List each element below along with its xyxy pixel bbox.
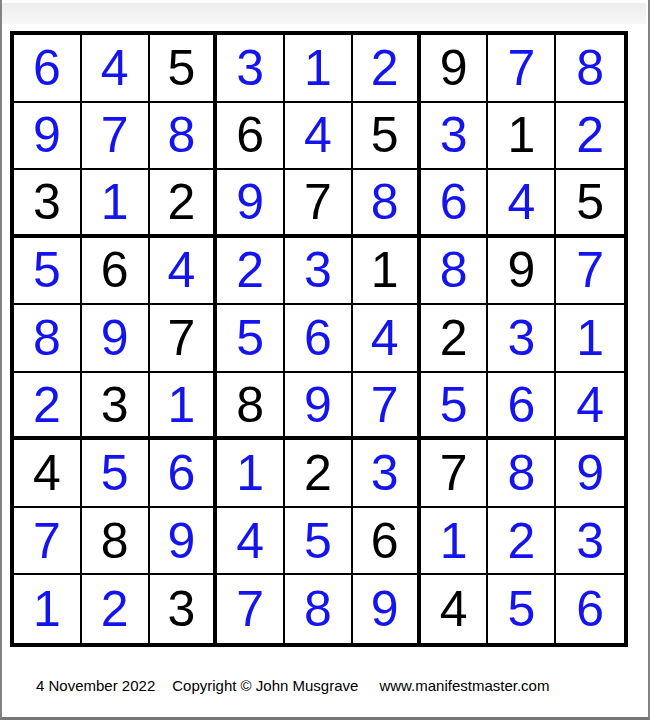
cell-digit: 5 bbox=[168, 43, 196, 93]
cell-r4c9[interactable]: 7 bbox=[556, 238, 624, 306]
top-bar bbox=[2, 3, 646, 24]
cell-digit: 7 bbox=[168, 313, 196, 363]
cell-r5c9[interactable]: 1 bbox=[556, 305, 624, 373]
cell-r6c9[interactable]: 4 bbox=[556, 373, 624, 441]
cell-digit: 9 bbox=[101, 313, 129, 363]
cell-r1c2[interactable]: 4 bbox=[82, 35, 150, 103]
cell-r2c5[interactable]: 4 bbox=[285, 103, 353, 171]
cell-r2c4[interactable]: 6 bbox=[217, 103, 285, 171]
cell-r5c5[interactable]: 6 bbox=[285, 305, 353, 373]
cell-r4c3[interactable]: 4 bbox=[150, 238, 218, 306]
footer: 4 November 2022 Copyright © John Musgrav… bbox=[36, 677, 549, 694]
cell-r6c8[interactable]: 6 bbox=[488, 373, 556, 441]
cell-digit: 5 bbox=[101, 448, 129, 498]
cell-digit: 6 bbox=[101, 245, 129, 295]
cell-digit: 4 bbox=[101, 43, 129, 93]
cell-r4c5[interactable]: 3 bbox=[285, 238, 353, 306]
cell-digit: 1 bbox=[168, 380, 196, 430]
cell-r7c4[interactable]: 1 bbox=[217, 440, 285, 508]
cell-digit: 3 bbox=[440, 110, 468, 160]
cell-digit: 5 bbox=[440, 380, 468, 430]
cell-r1c6[interactable]: 2 bbox=[353, 35, 421, 103]
cell-r3c3[interactable]: 2 bbox=[150, 170, 218, 238]
cell-r1c5[interactable]: 1 bbox=[285, 35, 353, 103]
cell-digit: 9 bbox=[236, 177, 264, 227]
cell-r7c6[interactable]: 3 bbox=[353, 440, 421, 508]
cell-r3c7[interactable]: 6 bbox=[421, 170, 489, 238]
cell-r9c7[interactable]: 4 bbox=[421, 575, 489, 643]
cell-digit: 2 bbox=[507, 516, 535, 566]
cell-r8c9[interactable]: 3 bbox=[556, 508, 624, 576]
cell-r9c6[interactable]: 9 bbox=[353, 575, 421, 643]
cell-digit: 9 bbox=[33, 110, 61, 160]
cell-digit: 9 bbox=[371, 584, 399, 634]
cell-digit: 4 bbox=[304, 110, 332, 160]
cell-r3c5[interactable]: 7 bbox=[285, 170, 353, 238]
cell-r1c1[interactable]: 6 bbox=[14, 35, 82, 103]
cell-r4c1[interactable]: 5 bbox=[14, 238, 82, 306]
footer-date: 4 November 2022 bbox=[36, 677, 155, 694]
cell-r7c8[interactable]: 8 bbox=[488, 440, 556, 508]
cell-digit: 1 bbox=[371, 245, 399, 295]
cell-digit: 8 bbox=[576, 43, 604, 93]
cell-digit: 1 bbox=[101, 177, 129, 227]
cell-digit: 8 bbox=[168, 110, 196, 160]
cell-r6c6[interactable]: 7 bbox=[353, 373, 421, 441]
cell-digit: 4 bbox=[168, 245, 196, 295]
cell-r6c2[interactable]: 3 bbox=[82, 373, 150, 441]
cell-r3c8[interactable]: 4 bbox=[488, 170, 556, 238]
cell-r2c6[interactable]: 5 bbox=[353, 103, 421, 171]
cell-digit: 3 bbox=[304, 245, 332, 295]
cell-digit: 2 bbox=[440, 313, 468, 363]
cell-r2c3[interactable]: 8 bbox=[150, 103, 218, 171]
cell-digit: 9 bbox=[507, 245, 535, 295]
cell-digit: 1 bbox=[576, 313, 604, 363]
cell-r7c7[interactable]: 7 bbox=[421, 440, 489, 508]
cell-digit: 6 bbox=[371, 516, 399, 566]
cell-r5c1[interactable]: 8 bbox=[14, 305, 82, 373]
cell-digit: 3 bbox=[101, 380, 129, 430]
cell-r9c3[interactable]: 3 bbox=[150, 575, 218, 643]
cell-digit: 6 bbox=[236, 110, 264, 160]
cell-r1c7[interactable]: 9 bbox=[421, 35, 489, 103]
cell-digit: 4 bbox=[33, 448, 61, 498]
cell-r5c3[interactable]: 7 bbox=[150, 305, 218, 373]
cell-r2c1[interactable]: 9 bbox=[14, 103, 82, 171]
cell-r8c4[interactable]: 4 bbox=[217, 508, 285, 576]
cell-digit: 2 bbox=[101, 584, 129, 634]
cell-digit: 1 bbox=[304, 43, 332, 93]
cell-r2c8[interactable]: 1 bbox=[488, 103, 556, 171]
cell-digit: 7 bbox=[440, 448, 468, 498]
cell-digit: 7 bbox=[576, 245, 604, 295]
cell-r2c7[interactable]: 3 bbox=[421, 103, 489, 171]
cell-digit: 4 bbox=[371, 313, 399, 363]
cell-r8c3[interactable]: 9 bbox=[150, 508, 218, 576]
cell-r8c1[interactable]: 7 bbox=[14, 508, 82, 576]
cell-r1c8[interactable]: 7 bbox=[488, 35, 556, 103]
cell-digit: 9 bbox=[304, 380, 332, 430]
cell-r8c8[interactable]: 2 bbox=[488, 508, 556, 576]
cell-r4c7[interactable]: 8 bbox=[421, 238, 489, 306]
cell-r9c2[interactable]: 2 bbox=[82, 575, 150, 643]
cell-digit: 1 bbox=[236, 448, 264, 498]
cell-r7c2[interactable]: 5 bbox=[82, 440, 150, 508]
cell-r7c5[interactable]: 2 bbox=[285, 440, 353, 508]
cell-digit: 8 bbox=[33, 313, 61, 363]
cell-digit: 5 bbox=[371, 110, 399, 160]
cell-digit: 7 bbox=[507, 43, 535, 93]
cell-r3c6[interactable]: 8 bbox=[353, 170, 421, 238]
cell-digit: 6 bbox=[507, 380, 535, 430]
cell-digit: 7 bbox=[236, 584, 264, 634]
sudoku-board: 6453129789786453123129786455642318978975… bbox=[10, 31, 628, 647]
cell-r4c2[interactable]: 6 bbox=[82, 238, 150, 306]
footer-url: www.manifestmaster.com bbox=[379, 677, 549, 694]
cell-digit: 7 bbox=[101, 110, 129, 160]
cell-r2c2[interactable]: 7 bbox=[82, 103, 150, 171]
cell-digit: 3 bbox=[33, 177, 61, 227]
cell-digit: 3 bbox=[371, 448, 399, 498]
cell-r3c9[interactable]: 5 bbox=[556, 170, 624, 238]
cell-digit: 1 bbox=[507, 110, 535, 160]
cell-digit: 1 bbox=[440, 516, 468, 566]
cell-digit: 2 bbox=[236, 245, 264, 295]
cell-digit: 9 bbox=[168, 516, 196, 566]
cell-digit: 8 bbox=[440, 245, 468, 295]
cell-r9c8[interactable]: 5 bbox=[488, 575, 556, 643]
cell-r5c7[interactable]: 2 bbox=[421, 305, 489, 373]
cell-digit: 3 bbox=[576, 516, 604, 566]
cell-digit: 7 bbox=[371, 380, 399, 430]
cell-digit: 5 bbox=[576, 177, 604, 227]
cell-digit: 7 bbox=[304, 177, 332, 227]
cell-r2c9[interactable]: 2 bbox=[556, 103, 624, 171]
cell-digit: 7 bbox=[33, 516, 61, 566]
cell-digit: 4 bbox=[236, 516, 264, 566]
cell-r4c4[interactable]: 2 bbox=[217, 238, 285, 306]
cell-digit: 5 bbox=[236, 313, 264, 363]
cell-digit: 8 bbox=[101, 516, 129, 566]
cell-r7c1[interactable]: 4 bbox=[14, 440, 82, 508]
cell-digit: 8 bbox=[371, 177, 399, 227]
cell-digit: 5 bbox=[304, 516, 332, 566]
cell-digit: 1 bbox=[33, 584, 61, 634]
cell-r3c2[interactable]: 1 bbox=[82, 170, 150, 238]
cell-digit: 2 bbox=[576, 110, 604, 160]
cell-digit: 8 bbox=[507, 448, 535, 498]
cell-r1c9[interactable]: 8 bbox=[556, 35, 624, 103]
cell-digit: 4 bbox=[440, 584, 468, 634]
cell-r5c8[interactable]: 3 bbox=[488, 305, 556, 373]
cell-r1c4[interactable]: 3 bbox=[217, 35, 285, 103]
cell-digit: 5 bbox=[507, 584, 535, 634]
cell-digit: 3 bbox=[507, 313, 535, 363]
cell-r6c7[interactable]: 5 bbox=[421, 373, 489, 441]
cell-digit: 3 bbox=[236, 43, 264, 93]
cell-digit: 6 bbox=[576, 584, 604, 634]
cell-digit: 8 bbox=[236, 380, 264, 430]
cell-r4c8[interactable]: 9 bbox=[488, 238, 556, 306]
cell-r8c6[interactable]: 6 bbox=[353, 508, 421, 576]
cell-digit: 6 bbox=[440, 177, 468, 227]
cell-r6c4[interactable]: 8 bbox=[217, 373, 285, 441]
cell-r9c5[interactable]: 8 bbox=[285, 575, 353, 643]
cell-r8c2[interactable]: 8 bbox=[82, 508, 150, 576]
cell-r8c7[interactable]: 1 bbox=[421, 508, 489, 576]
cell-r3c4[interactable]: 9 bbox=[217, 170, 285, 238]
cell-r1c3[interactable]: 5 bbox=[150, 35, 218, 103]
cell-digit: 9 bbox=[440, 43, 468, 93]
cell-r5c4[interactable]: 5 bbox=[217, 305, 285, 373]
footer-copyright: Copyright © John Musgrave bbox=[172, 677, 358, 694]
cell-digit: 5 bbox=[33, 245, 61, 295]
cell-r9c4[interactable]: 7 bbox=[217, 575, 285, 643]
cell-r5c6[interactable]: 4 bbox=[353, 305, 421, 373]
cell-r9c1[interactable]: 1 bbox=[14, 575, 82, 643]
cell-r4c6[interactable]: 1 bbox=[353, 238, 421, 306]
cell-digit: 6 bbox=[168, 448, 196, 498]
cell-digit: 2 bbox=[371, 43, 399, 93]
cell-digit: 8 bbox=[304, 584, 332, 634]
cell-digit: 4 bbox=[507, 177, 535, 227]
cell-digit: 6 bbox=[33, 43, 61, 93]
cell-r6c5[interactable]: 9 bbox=[285, 373, 353, 441]
cell-r7c9[interactable]: 9 bbox=[556, 440, 624, 508]
cell-r7c3[interactable]: 6 bbox=[150, 440, 218, 508]
cell-r6c3[interactable]: 1 bbox=[150, 373, 218, 441]
cell-r6c1[interactable]: 2 bbox=[14, 373, 82, 441]
cell-digit: 2 bbox=[33, 380, 61, 430]
cell-r5c2[interactable]: 9 bbox=[82, 305, 150, 373]
cell-digit: 2 bbox=[304, 448, 332, 498]
cell-r8c5[interactable]: 5 bbox=[285, 508, 353, 576]
cell-digit: 6 bbox=[304, 313, 332, 363]
cell-digit: 4 bbox=[576, 380, 604, 430]
cell-digit: 3 bbox=[168, 584, 196, 634]
cell-digit: 2 bbox=[168, 177, 196, 227]
cell-r3c1[interactable]: 3 bbox=[14, 170, 82, 238]
cell-digit: 9 bbox=[576, 448, 604, 498]
cell-r9c9[interactable]: 6 bbox=[556, 575, 624, 643]
